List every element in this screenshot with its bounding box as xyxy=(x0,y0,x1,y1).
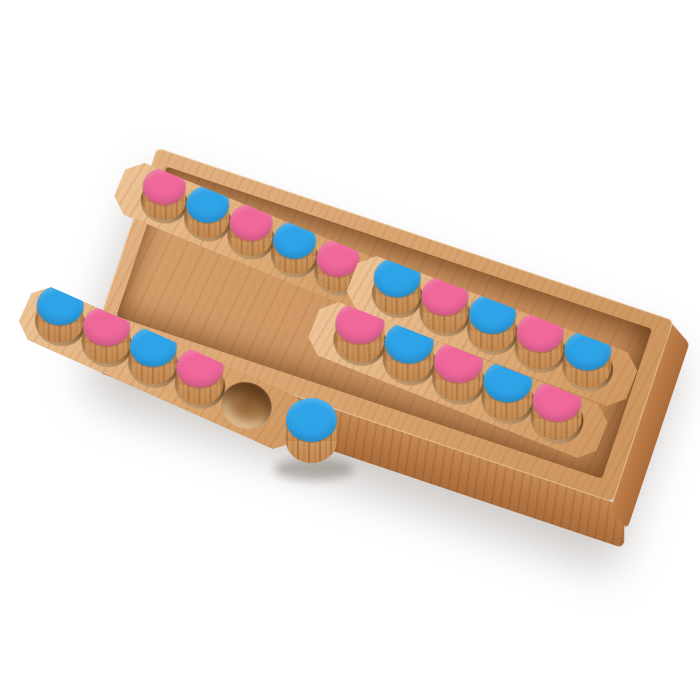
disc-blue[interactable] xyxy=(36,285,83,342)
disc-colored-top xyxy=(36,285,83,325)
disc-colored-top xyxy=(286,398,337,442)
scene xyxy=(0,0,700,700)
disc-blue[interactable] xyxy=(286,398,337,463)
